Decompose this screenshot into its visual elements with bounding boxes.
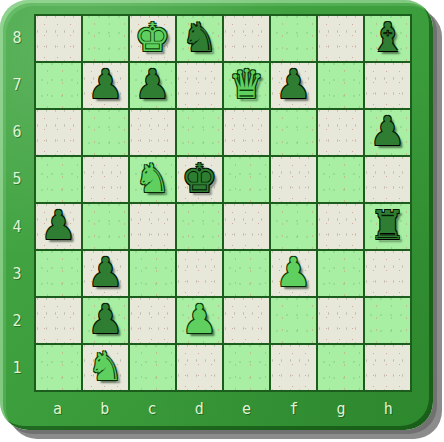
square-g1[interactable] [318,345,363,390]
piece-black-pawn[interactable]: ♟ [370,111,406,151]
square-g4[interactable] [318,204,363,249]
square-f5[interactable] [271,157,316,202]
square-a7[interactable] [36,63,81,108]
piece-black-pawn[interactable]: ♟ [88,252,124,292]
rank-label-5: 5 [0,156,34,203]
piece-black-pawn[interactable]: ♟ [88,299,124,339]
square-e4[interactable] [224,204,269,249]
rank-label-3: 3 [0,250,34,297]
square-g3[interactable] [318,251,363,296]
square-e5[interactable] [224,157,269,202]
square-d8[interactable]: ♞ [177,16,222,61]
square-h6[interactable]: ♟ [365,110,410,155]
file-label-d: d [176,392,223,426]
file-label-a: a [34,392,81,426]
square-b1[interactable]: ♞ [83,345,128,390]
square-g6[interactable] [318,110,363,155]
square-d3[interactable] [177,251,222,296]
square-c2[interactable] [130,298,175,343]
piece-black-rook[interactable]: ♜ [370,205,406,245]
square-d6[interactable] [177,110,222,155]
rank-label-7: 7 [0,61,34,108]
square-d1[interactable] [177,345,222,390]
piece-black-bishop[interactable]: ♝ [370,17,406,57]
square-e2[interactable] [224,298,269,343]
square-a8[interactable] [36,16,81,61]
piece-white-queen[interactable]: ♛ [229,64,265,104]
square-a1[interactable] [36,345,81,390]
square-b3[interactable]: ♟ [83,251,128,296]
square-a5[interactable] [36,157,81,202]
square-c5[interactable]: ♞ [130,157,175,202]
square-e1[interactable] [224,345,269,390]
square-e3[interactable] [224,251,269,296]
square-a4[interactable]: ♟ [36,204,81,249]
chess-board-frame: 8 7 6 5 4 3 2 1 ♚♞♝♟♟♛♟♟♞♚♟♜♟♟♟♟♞ a b c … [0,0,433,430]
square-e8[interactable] [224,16,269,61]
piece-white-pawn[interactable]: ♟ [276,252,312,292]
square-g5[interactable] [318,157,363,202]
file-label-g: g [318,392,365,426]
square-d2[interactable]: ♟ [177,298,222,343]
square-h5[interactable] [365,157,410,202]
file-label-f: f [270,392,317,426]
square-a6[interactable] [36,110,81,155]
file-label-c: c [129,392,176,426]
piece-black-pawn[interactable]: ♟ [88,64,124,104]
piece-white-pawn[interactable]: ♟ [182,299,218,339]
square-e7[interactable]: ♛ [224,63,269,108]
piece-black-pawn[interactable]: ♟ [135,64,171,104]
file-label-b: b [81,392,128,426]
square-c6[interactable] [130,110,175,155]
file-label-e: e [223,392,270,426]
square-h7[interactable] [365,63,410,108]
rank-label-6: 6 [0,109,34,156]
square-c8[interactable]: ♚ [130,16,175,61]
square-c7[interactable]: ♟ [130,63,175,108]
file-label-h: h [365,392,412,426]
rank-label-2: 2 [0,298,34,345]
square-b2[interactable]: ♟ [83,298,128,343]
square-b7[interactable]: ♟ [83,63,128,108]
square-b8[interactable] [83,16,128,61]
rank-labels: 8 7 6 5 4 3 2 1 [0,14,34,392]
rank-label-4: 4 [0,203,34,250]
square-h4[interactable]: ♜ [365,204,410,249]
square-g8[interactable] [318,16,363,61]
rank-label-1: 1 [0,345,34,392]
piece-black-pawn[interactable]: ♟ [41,205,77,245]
square-f3[interactable]: ♟ [271,251,316,296]
square-d4[interactable] [177,204,222,249]
square-b5[interactable] [83,157,128,202]
square-f2[interactable] [271,298,316,343]
square-h1[interactable] [365,345,410,390]
square-b4[interactable] [83,204,128,249]
piece-black-pawn[interactable]: ♟ [276,64,312,104]
piece-white-knight[interactable]: ♞ [88,346,124,386]
square-g7[interactable] [318,63,363,108]
square-f6[interactable] [271,110,316,155]
page-background: { "game": "chess", "position": { "fen": … [0,0,444,442]
square-h8[interactable]: ♝ [365,16,410,61]
square-d7[interactable] [177,63,222,108]
square-c1[interactable] [130,345,175,390]
piece-black-knight[interactable]: ♞ [182,17,218,57]
chess-board: ♚♞♝♟♟♛♟♟♞♚♟♜♟♟♟♟♞ [34,14,412,392]
square-d5[interactable]: ♚ [177,157,222,202]
square-a2[interactable] [36,298,81,343]
square-f1[interactable] [271,345,316,390]
square-b6[interactable] [83,110,128,155]
piece-white-knight[interactable]: ♞ [135,158,171,198]
rank-label-8: 8 [0,14,34,61]
square-h2[interactable] [365,298,410,343]
square-e6[interactable] [224,110,269,155]
square-f8[interactable] [271,16,316,61]
square-h3[interactable] [365,251,410,296]
square-g2[interactable] [318,298,363,343]
square-c3[interactable] [130,251,175,296]
square-f4[interactable] [271,204,316,249]
square-a3[interactable] [36,251,81,296]
piece-black-king[interactable]: ♚ [182,158,218,198]
square-c4[interactable] [130,204,175,249]
file-labels: a b c d e f g h [34,392,412,426]
square-f7[interactable]: ♟ [271,63,316,108]
piece-white-king[interactable]: ♚ [135,17,171,57]
